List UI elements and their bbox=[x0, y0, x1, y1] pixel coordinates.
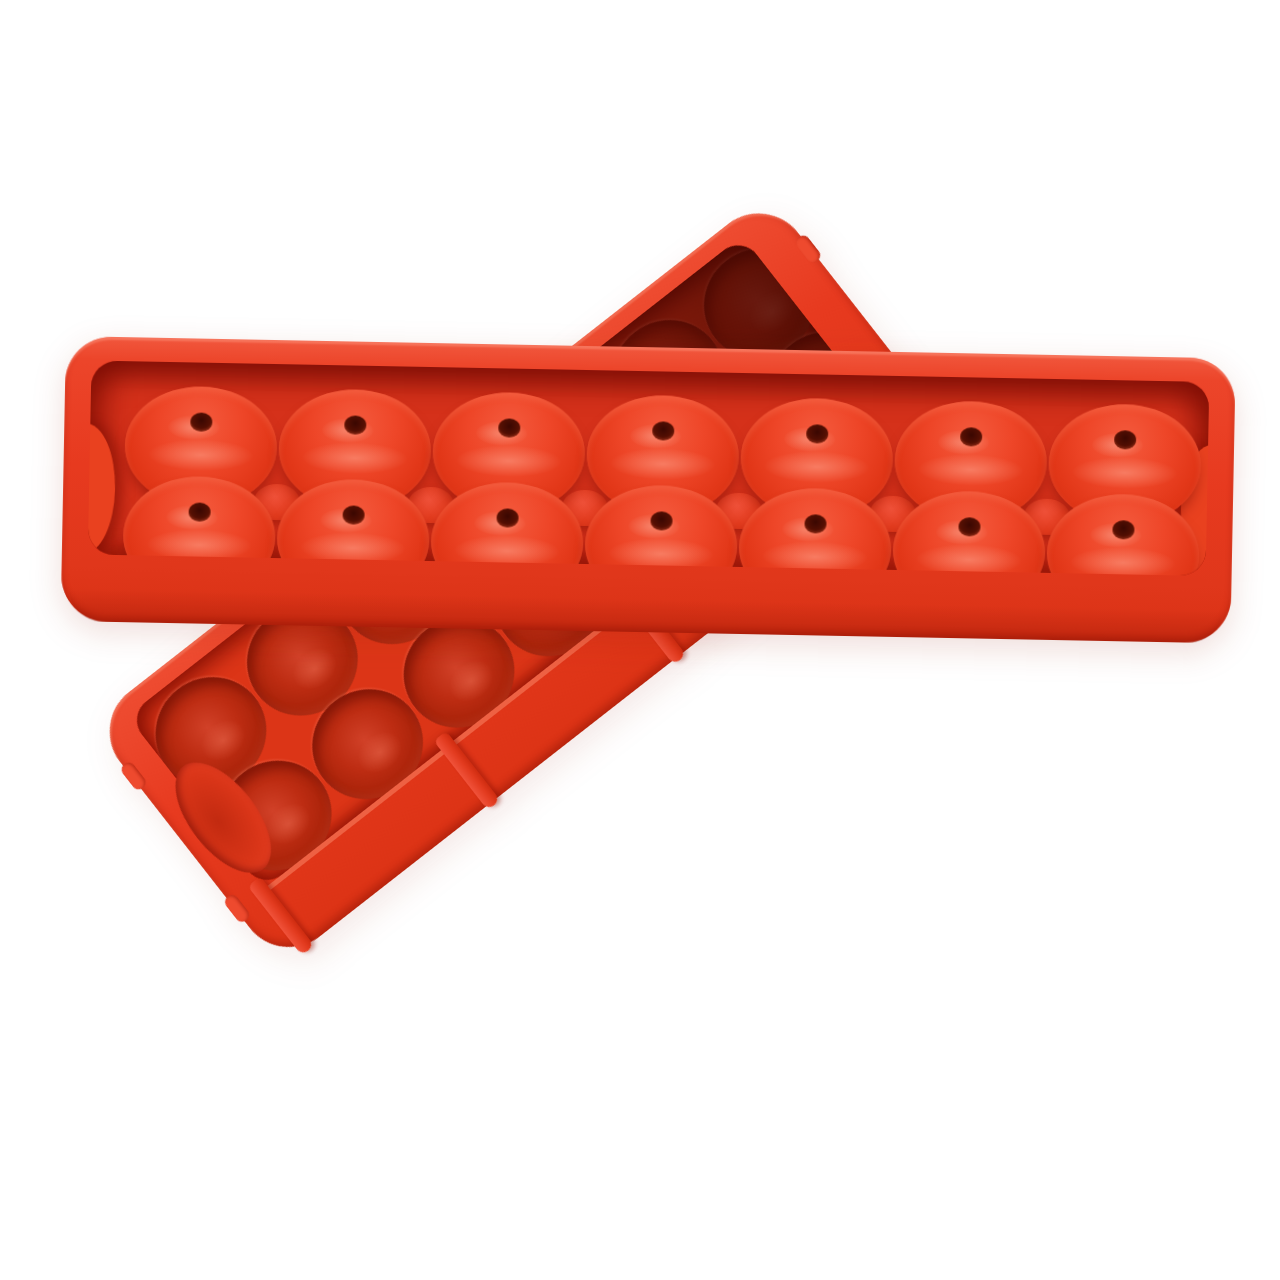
fill-hole bbox=[652, 422, 674, 441]
fill-hole bbox=[496, 509, 518, 528]
top-tray-well bbox=[88, 360, 1210, 575]
top-tray bbox=[61, 336, 1236, 643]
fill-hole bbox=[806, 425, 828, 444]
fill-hole bbox=[188, 503, 210, 522]
fill-hole bbox=[498, 419, 520, 438]
fill-hole bbox=[958, 518, 980, 537]
product-photo-canvas bbox=[0, 0, 1280, 1280]
fill-hole bbox=[190, 413, 212, 432]
fill-hole bbox=[1114, 431, 1136, 450]
rim-scallop-left bbox=[88, 423, 117, 554]
fill-hole bbox=[1112, 521, 1134, 540]
fill-hole bbox=[342, 506, 364, 525]
fill-hole bbox=[960, 428, 982, 447]
fill-hole bbox=[650, 512, 672, 531]
fill-hole bbox=[344, 416, 366, 435]
fill-hole bbox=[804, 515, 826, 534]
